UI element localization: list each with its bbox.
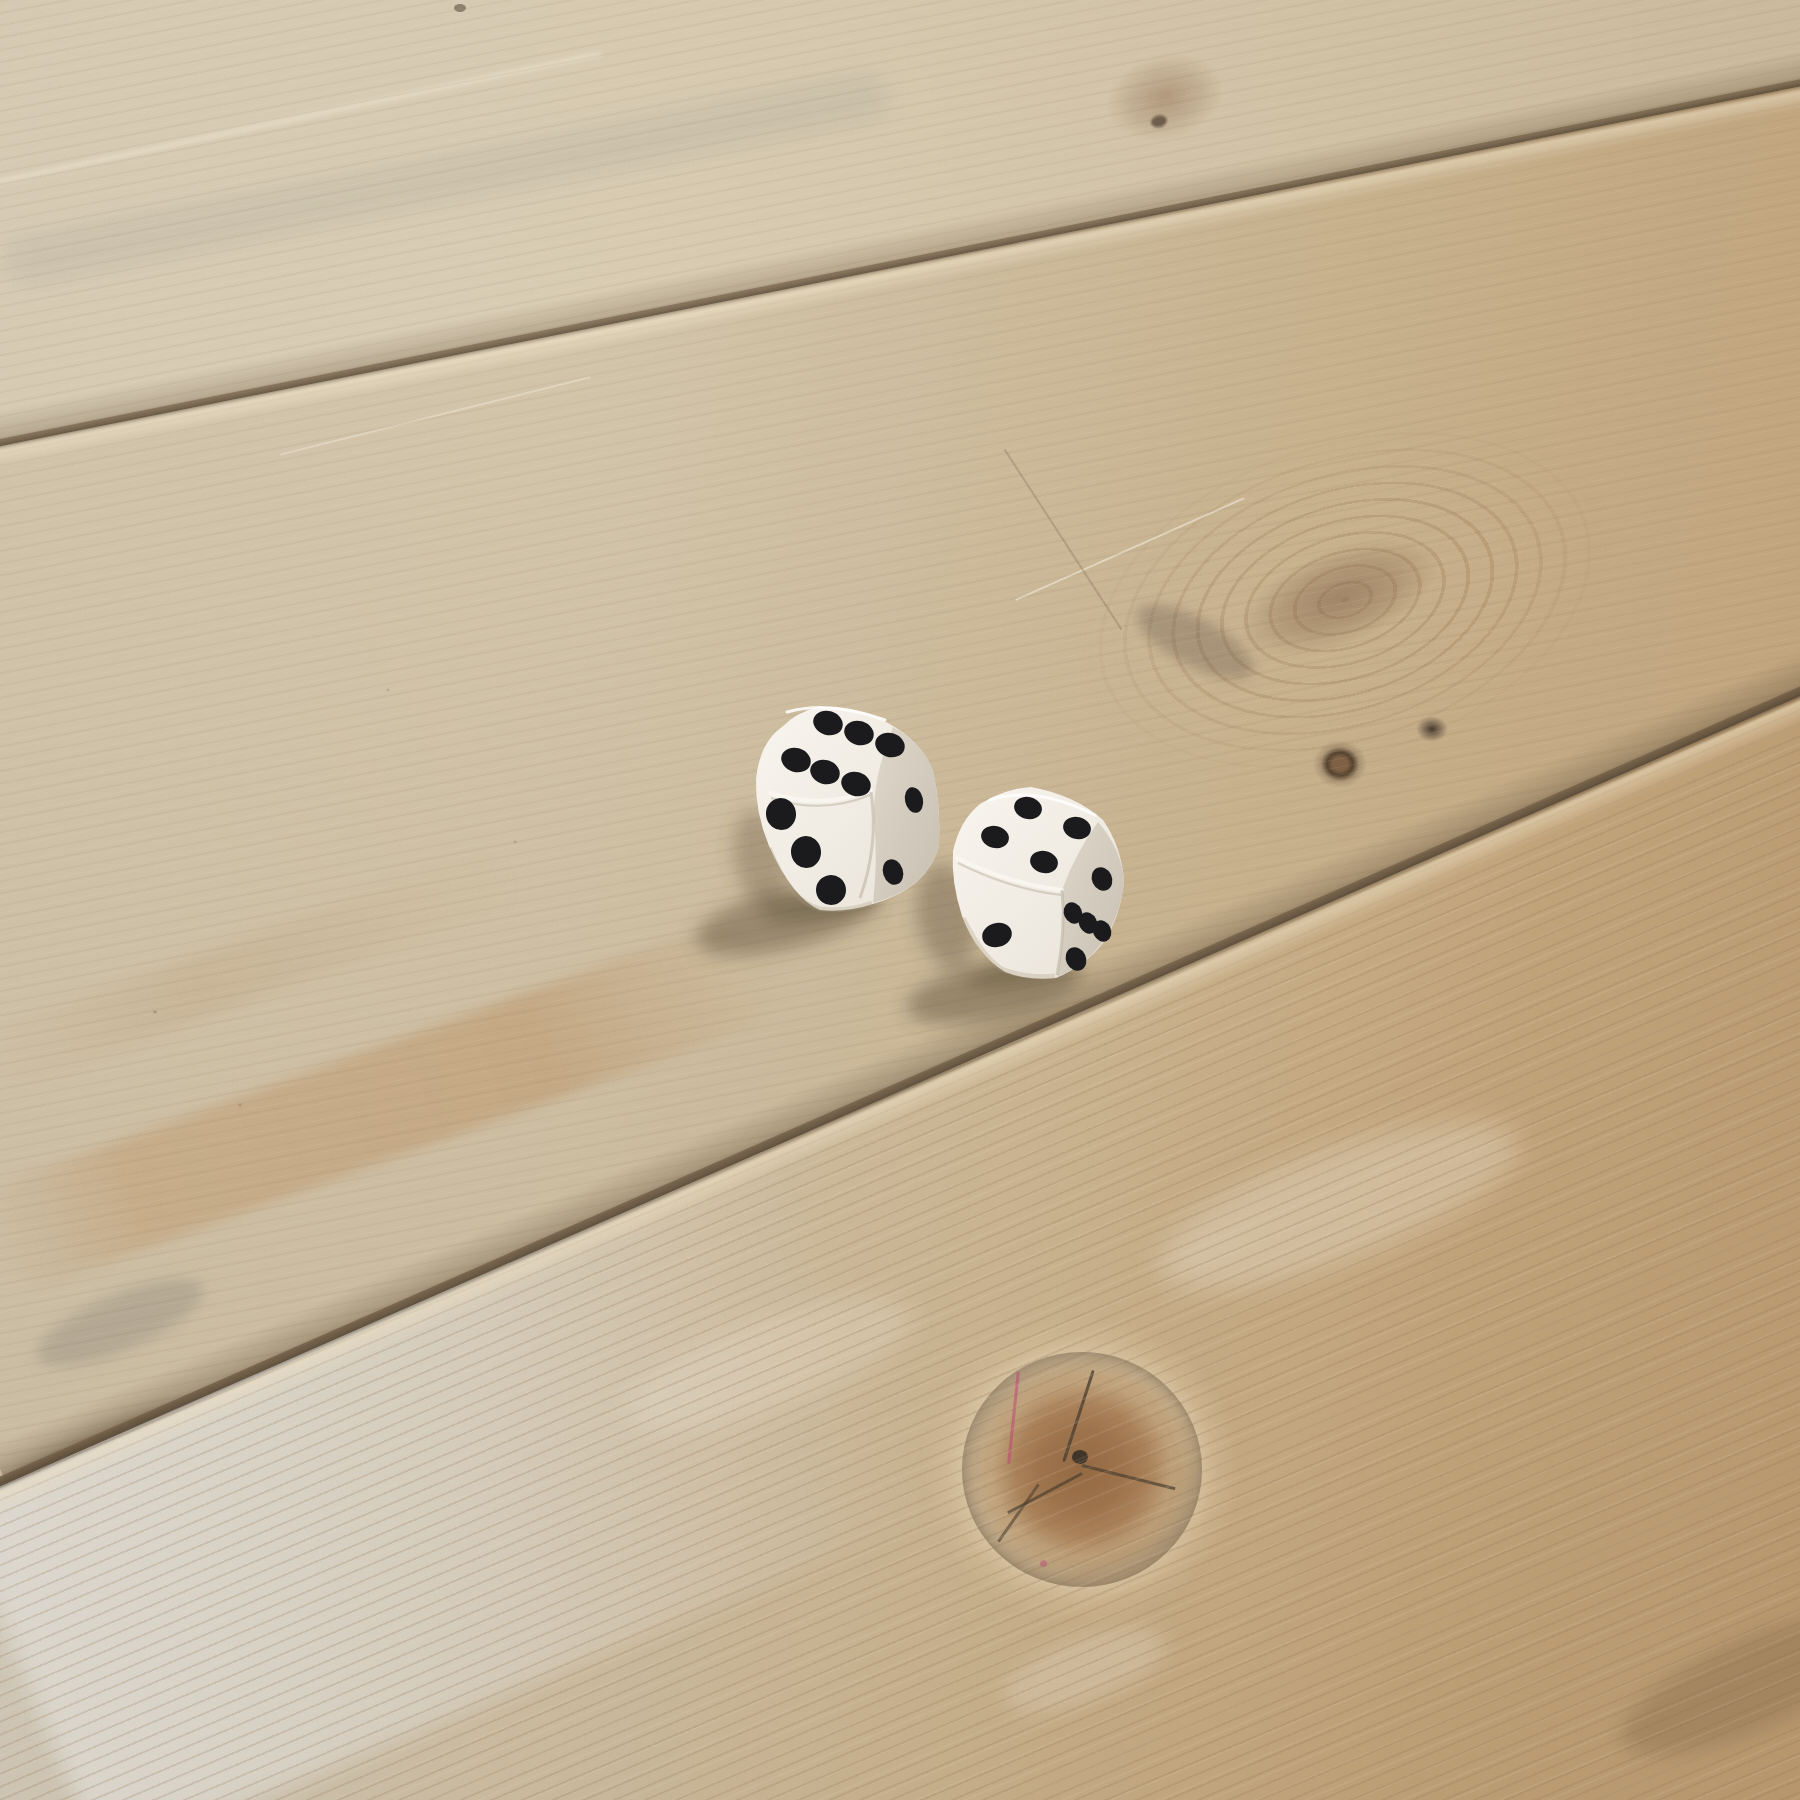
wood-grain-swirl-eye [1224,514,1454,681]
wood-sheen-3 [995,1613,1175,1728]
wood-grain-line [0,51,601,185]
wood-knot-small-top [1096,41,1234,154]
knot-crack-3 [1007,1472,1083,1514]
wood-tan-band-faint [0,843,527,1091]
wood-knot-small-1 [1313,740,1367,788]
knot-crack-2 [1082,1464,1176,1490]
wood-knot-small-2 [1416,716,1448,742]
wood-scratch-light [1015,497,1244,601]
wood-sheen-1 [1143,1088,1538,1321]
photo-scene [0,0,1800,1800]
wood-sheen-2 [614,1271,927,1458]
wood-dark-corner-streak [1604,1587,1800,1783]
knot-crack-1 [1062,1370,1095,1462]
wood-dark-smudge [1126,590,1263,693]
wood-scratch-dark [1004,449,1123,630]
knot-core [1072,1450,1088,1464]
pink-dot [1040,1560,1047,1567]
wood-knot-core [1150,114,1169,130]
wood-gray-streak [0,68,893,289]
knot-crack-4 [997,1483,1040,1542]
pink-mark [1007,1372,1020,1464]
wood-knot-large [962,1352,1202,1587]
wood-knot-halo [912,1305,1252,1635]
wood-speck [454,4,466,12]
